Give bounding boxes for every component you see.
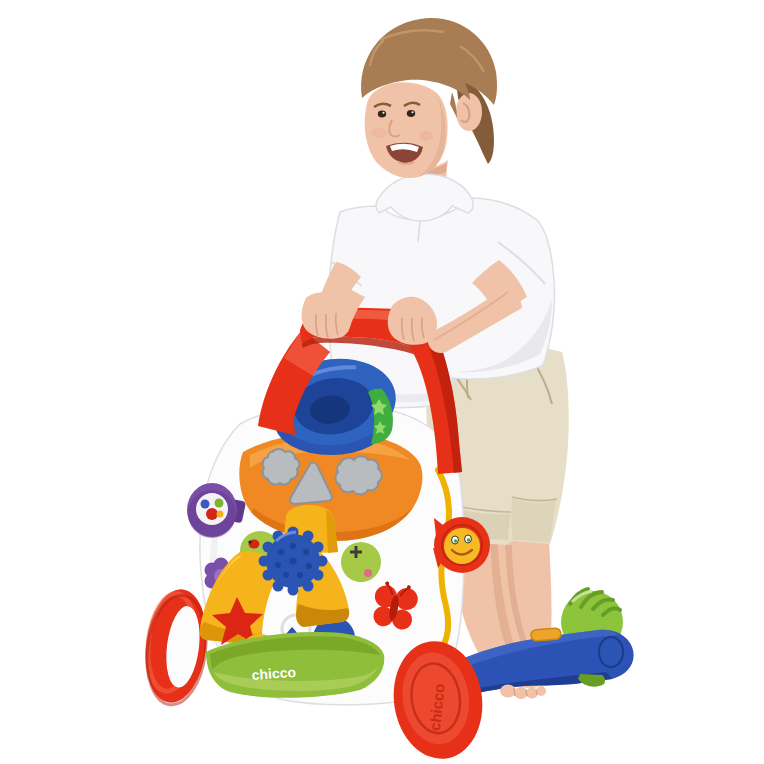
photo-toddler-with-walker: chicco chicco [0,0,764,764]
eye-right-glint [412,111,414,113]
cheek-left [371,128,387,138]
cheek-right [419,131,433,141]
green-ball-right [341,542,381,582]
beam-end-hub [599,637,623,667]
smiley-face [444,528,480,564]
green-ball-cross [341,542,381,582]
eye-left-glint [383,112,385,114]
rattle-bead-blue [201,500,210,509]
yellow-button [531,628,562,641]
rattle-bead-yellow [217,511,224,518]
shorts-cuff-back [511,498,556,542]
scene-canvas: chicco chicco [0,0,764,764]
toe [500,685,516,698]
eye-left [378,111,386,118]
ladybug-head [248,540,251,543]
tray-logo: chicco [251,664,296,683]
rattle-bead-red [206,508,218,520]
beam-yellow-button [531,628,562,641]
smiley-iris [467,538,470,541]
eye-right [407,110,415,117]
cutout-cloud [336,456,382,494]
pink-dot [364,569,372,577]
smiley-iris [454,539,457,542]
rattle-bead-green [215,499,224,508]
cutout-flower [263,449,300,484]
